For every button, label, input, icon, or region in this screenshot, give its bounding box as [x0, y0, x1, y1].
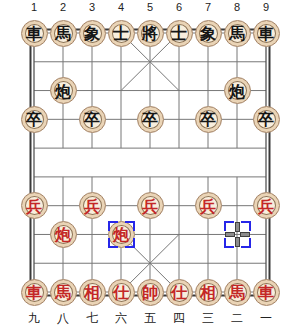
file-label-top-2: 2	[53, 1, 73, 13]
piece-black-soldier[interactable]: 卒	[253, 106, 280, 133]
piece-black-horse[interactable]: 馬	[224, 20, 251, 47]
file-label-top-4: 4	[111, 1, 131, 13]
piece-red-chariot[interactable]: 車	[21, 279, 48, 306]
piece-glyph: 卒	[26, 112, 42, 128]
piece-red-elephant[interactable]: 相	[195, 279, 222, 306]
file-label-top-7: 7	[198, 1, 218, 13]
file-label-bottom-8: 二	[227, 310, 247, 327]
piece-black-soldier[interactable]: 卒	[137, 106, 164, 133]
piece-glyph: 馬	[229, 285, 245, 301]
file-label-bottom-1: 九	[24, 310, 44, 327]
piece-glyph: 兵	[84, 198, 100, 214]
piece-red-advisor[interactable]: 仕	[166, 279, 193, 306]
piece-red-horse[interactable]: 馬	[224, 279, 251, 306]
piece-red-soldier[interactable]: 兵	[137, 192, 164, 219]
file-label-top-9: 9	[256, 1, 276, 13]
piece-red-cannon[interactable]: 炮	[50, 221, 77, 248]
piece-black-elephant[interactable]: 象	[195, 20, 222, 47]
piece-glyph: 卒	[258, 112, 274, 128]
piece-glyph: 兵	[142, 198, 158, 214]
file-label-bottom-4: 六	[111, 310, 131, 327]
piece-black-cannon[interactable]: 炮	[224, 77, 251, 104]
piece-black-chariot[interactable]: 車	[253, 20, 280, 47]
piece-red-soldier[interactable]: 兵	[79, 192, 106, 219]
piece-red-soldier[interactable]: 兵	[195, 192, 222, 219]
piece-red-chariot[interactable]: 車	[253, 279, 280, 306]
piece-glyph: 將	[142, 26, 158, 42]
xiangqi-board[interactable]: 123456789 九八七六五四三二一 車馬象士將士象馬車炮炮卒卒卒卒卒兵兵兵兵…	[0, 0, 300, 329]
piece-glyph: 卒	[84, 112, 100, 128]
piece-black-soldier[interactable]: 卒	[195, 106, 222, 133]
file-label-top-5: 5	[140, 1, 160, 13]
piece-glyph: 馬	[229, 26, 245, 42]
piece-glyph: 炮	[113, 227, 129, 243]
piece-black-general[interactable]: 將	[137, 20, 164, 47]
piece-glyph: 象	[84, 26, 100, 42]
piece-glyph: 車	[26, 285, 42, 301]
piece-glyph: 卒	[142, 112, 158, 128]
piece-glyph: 仕	[171, 285, 187, 301]
piece-glyph: 車	[26, 26, 42, 42]
file-label-top-1: 1	[24, 1, 44, 13]
piece-black-elephant[interactable]: 象	[79, 20, 106, 47]
piece-glyph: 兵	[258, 198, 274, 214]
piece-glyph: 士	[171, 26, 187, 42]
file-label-top-3: 3	[82, 1, 102, 13]
file-label-top-8: 8	[227, 1, 247, 13]
file-label-bottom-9: 一	[256, 310, 276, 327]
piece-red-soldier[interactable]: 兵	[253, 192, 280, 219]
piece-black-advisor[interactable]: 士	[108, 20, 135, 47]
file-label-bottom-6: 四	[169, 310, 189, 327]
piece-red-advisor[interactable]: 仕	[108, 279, 135, 306]
piece-black-soldier[interactable]: 卒	[79, 106, 106, 133]
piece-glyph: 炮	[55, 227, 71, 243]
piece-black-chariot[interactable]: 車	[21, 20, 48, 47]
file-label-bottom-2: 八	[53, 310, 73, 327]
piece-glyph: 卒	[200, 112, 216, 128]
piece-glyph: 帥	[142, 285, 158, 301]
piece-black-soldier[interactable]: 卒	[21, 106, 48, 133]
piece-black-cannon[interactable]: 炮	[50, 77, 77, 104]
piece-glyph: 炮	[55, 83, 71, 99]
file-label-top-6: 6	[169, 1, 189, 13]
piece-glyph: 車	[258, 285, 274, 301]
piece-glyph: 車	[258, 26, 274, 42]
piece-glyph: 相	[84, 285, 100, 301]
piece-red-soldier[interactable]: 兵	[21, 192, 48, 219]
piece-glyph: 相	[200, 285, 216, 301]
piece-glyph: 象	[200, 26, 216, 42]
file-label-bottom-7: 三	[198, 310, 218, 327]
piece-glyph: 兵	[26, 198, 42, 214]
piece-glyph: 兵	[200, 198, 216, 214]
piece-red-horse[interactable]: 馬	[50, 279, 77, 306]
piece-glyph: 仕	[113, 285, 129, 301]
piece-glyph: 馬	[55, 285, 71, 301]
piece-red-general[interactable]: 帥	[137, 279, 164, 306]
piece-red-elephant[interactable]: 相	[79, 279, 106, 306]
file-label-bottom-5: 五	[140, 310, 160, 327]
piece-black-horse[interactable]: 馬	[50, 20, 77, 47]
piece-glyph: 馬	[55, 26, 71, 42]
piece-black-advisor[interactable]: 士	[166, 20, 193, 47]
piece-red-cannon[interactable]: 炮	[108, 221, 135, 248]
file-label-bottom-3: 七	[82, 310, 102, 327]
piece-glyph: 士	[113, 26, 129, 42]
piece-glyph: 炮	[229, 83, 245, 99]
